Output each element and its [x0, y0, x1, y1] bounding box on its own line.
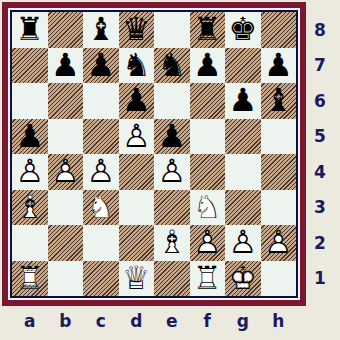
piece-white-pawn: ♟♙	[190, 225, 226, 261]
square-b2[interactable]	[48, 225, 84, 261]
rank-label-8: 8	[306, 12, 334, 48]
square-f8[interactable]: ♜	[190, 12, 226, 48]
chess-diagram-page: { "game": "chess", "position": { "fen": …	[0, 0, 340, 340]
piece-black-pawn: ♟	[119, 83, 155, 119]
square-h6[interactable]: ♝	[261, 83, 297, 119]
file-label-a: a	[12, 308, 48, 334]
square-c5[interactable]	[83, 119, 119, 155]
piece-white-pawn: ♟♙	[225, 225, 261, 261]
square-e6[interactable]	[154, 83, 190, 119]
piece-black-pawn: ♟	[48, 48, 84, 84]
square-h2[interactable]: ♟♙	[261, 225, 297, 261]
square-g7[interactable]	[225, 48, 261, 84]
piece-white-pawn: ♟♙	[83, 154, 119, 190]
square-h7[interactable]: ♟	[261, 48, 297, 84]
square-g5[interactable]	[225, 119, 261, 155]
square-f5[interactable]	[190, 119, 226, 155]
rank-label-2: 2	[306, 225, 334, 261]
rank-label-7: 7	[306, 48, 334, 84]
square-g4[interactable]	[225, 154, 261, 190]
piece-black-knight: ♞	[154, 48, 190, 84]
square-a4[interactable]: ♟♙	[12, 154, 48, 190]
rank-label-4: 4	[306, 154, 334, 190]
square-c8[interactable]: ♝	[83, 12, 119, 48]
piece-white-bishop: ♝♗	[12, 190, 48, 226]
square-c2[interactable]	[83, 225, 119, 261]
piece-black-pawn: ♟	[261, 48, 297, 84]
rank-labels: 87654321	[306, 12, 334, 296]
square-b6[interactable]	[48, 83, 84, 119]
piece-white-pawn: ♟♙	[48, 154, 84, 190]
file-label-h: h	[261, 308, 297, 334]
square-a2[interactable]	[12, 225, 48, 261]
square-b8[interactable]	[48, 12, 84, 48]
piece-white-rook: ♜♖	[190, 261, 226, 297]
square-f7[interactable]: ♟	[190, 48, 226, 84]
square-c1[interactable]	[83, 261, 119, 297]
piece-black-knight: ♞	[119, 48, 155, 84]
square-a5[interactable]: ♟	[12, 119, 48, 155]
piece-black-queen: ♛	[119, 12, 155, 48]
board-frame-white-line: ♜♝♛♜♚♟♟♞♞♟♟♟♟♝♟♟♙♟♟♙♟♙♟♙♟♙♝♗♞♘♞♘♝♗♟♙♟♙♟♙…	[8, 8, 300, 300]
square-a6[interactable]	[12, 83, 48, 119]
square-b4[interactable]: ♟♙	[48, 154, 84, 190]
file-label-g: g	[225, 308, 261, 334]
file-label-e: e	[154, 308, 190, 334]
square-g2[interactable]: ♟♙	[225, 225, 261, 261]
piece-black-rook: ♜	[12, 12, 48, 48]
piece-black-pawn: ♟	[83, 48, 119, 84]
square-d4[interactable]	[119, 154, 155, 190]
square-b7[interactable]: ♟	[48, 48, 84, 84]
square-g6[interactable]: ♟	[225, 83, 261, 119]
piece-white-pawn: ♟♙	[12, 154, 48, 190]
piece-black-bishop: ♝	[261, 83, 297, 119]
square-a8[interactable]: ♜	[12, 12, 48, 48]
square-a7[interactable]	[12, 48, 48, 84]
square-f2[interactable]: ♟♙	[190, 225, 226, 261]
board-frame-navy-line: ♜♝♛♜♚♟♟♞♞♟♟♟♟♝♟♟♙♟♟♙♟♙♟♙♟♙♝♗♞♘♞♘♝♗♟♙♟♙♟♙…	[10, 10, 298, 298]
square-e4[interactable]: ♟♙	[154, 154, 190, 190]
rank-label-1: 1	[306, 261, 334, 297]
piece-white-queen: ♛♕	[119, 261, 155, 297]
square-d1[interactable]: ♛♕	[119, 261, 155, 297]
square-c4[interactable]: ♟♙	[83, 154, 119, 190]
rank-label-6: 6	[306, 83, 334, 119]
square-b1[interactable]	[48, 261, 84, 297]
square-g1[interactable]: ♚♔	[225, 261, 261, 297]
piece-black-bishop: ♝	[83, 12, 119, 48]
square-e2[interactable]: ♝♗	[154, 225, 190, 261]
piece-black-rook: ♜	[190, 12, 226, 48]
square-c7[interactable]: ♟	[83, 48, 119, 84]
piece-black-pawn: ♟	[12, 119, 48, 155]
square-e7[interactable]: ♞	[154, 48, 190, 84]
file-label-f: f	[190, 308, 226, 334]
square-g3[interactable]	[225, 190, 261, 226]
piece-white-knight: ♞♘	[83, 190, 119, 226]
square-h8[interactable]	[261, 12, 297, 48]
file-label-d: d	[119, 308, 155, 334]
rank-label-5: 5	[306, 119, 334, 155]
square-h5[interactable]	[261, 119, 297, 155]
square-f4[interactable]	[190, 154, 226, 190]
square-h4[interactable]	[261, 154, 297, 190]
square-e8[interactable]	[154, 12, 190, 48]
square-d3[interactable]	[119, 190, 155, 226]
square-a3[interactable]: ♝♗	[12, 190, 48, 226]
file-labels: abcdefgh	[12, 308, 296, 334]
square-f6[interactable]	[190, 83, 226, 119]
piece-white-knight: ♞♘	[190, 190, 226, 226]
piece-white-rook: ♜♖	[12, 261, 48, 297]
piece-black-pawn: ♟	[190, 48, 226, 84]
square-b3[interactable]	[48, 190, 84, 226]
chess-board: ♜♝♛♜♚♟♟♞♞♟♟♟♟♝♟♟♙♟♟♙♟♙♟♙♟♙♝♗♞♘♞♘♝♗♟♙♟♙♟♙…	[12, 12, 296, 296]
square-d7[interactable]: ♞	[119, 48, 155, 84]
square-h1[interactable]	[261, 261, 297, 297]
piece-white-bishop: ♝♗	[154, 225, 190, 261]
square-d5[interactable]: ♟♙	[119, 119, 155, 155]
square-d2[interactable]	[119, 225, 155, 261]
square-d6[interactable]: ♟	[119, 83, 155, 119]
piece-black-king: ♚	[225, 12, 261, 48]
square-c3[interactable]: ♞♘	[83, 190, 119, 226]
square-d8[interactable]: ♛	[119, 12, 155, 48]
file-label-b: b	[48, 308, 84, 334]
piece-black-pawn: ♟	[154, 119, 190, 155]
piece-black-pawn: ♟	[225, 83, 261, 119]
square-e5[interactable]: ♟	[154, 119, 190, 155]
square-e3[interactable]	[154, 190, 190, 226]
square-a1[interactable]: ♜♖	[12, 261, 48, 297]
square-e1[interactable]	[154, 261, 190, 297]
square-h3[interactable]	[261, 190, 297, 226]
square-c6[interactable]	[83, 83, 119, 119]
piece-white-pawn: ♟♙	[154, 154, 190, 190]
file-label-c: c	[83, 308, 119, 334]
piece-white-pawn: ♟♙	[261, 225, 297, 261]
piece-white-king: ♚♔	[225, 261, 261, 297]
square-b5[interactable]	[48, 119, 84, 155]
square-g8[interactable]: ♚	[225, 12, 261, 48]
square-f3[interactable]: ♞♘	[190, 190, 226, 226]
square-f1[interactable]: ♜♖	[190, 261, 226, 297]
rank-label-3: 3	[306, 190, 334, 226]
board-frame: ♜♝♛♜♚♟♟♞♞♟♟♟♟♝♟♟♙♟♟♙♟♙♟♙♟♙♝♗♞♘♞♘♝♗♟♙♟♙♟♙…	[2, 2, 306, 306]
piece-white-pawn: ♟♙	[119, 119, 155, 155]
